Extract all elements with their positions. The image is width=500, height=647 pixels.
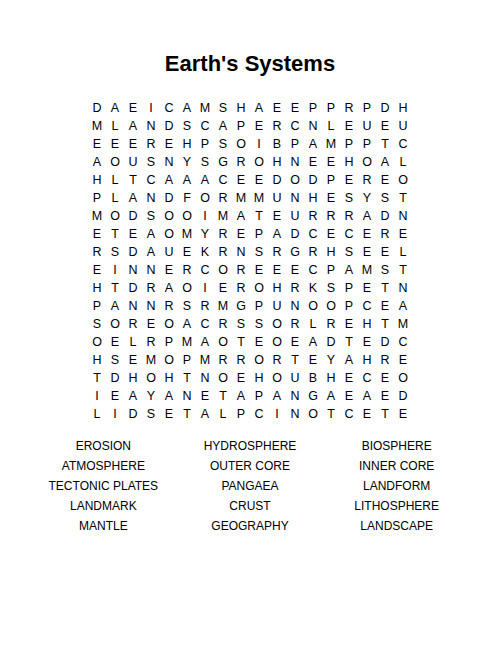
grid-cell[interactable]: E xyxy=(340,117,358,135)
grid-cell[interactable]: E xyxy=(106,135,124,153)
grid-cell[interactable]: T xyxy=(376,315,394,333)
grid-cell[interactable]: O xyxy=(160,207,178,225)
grid-cell[interactable]: D xyxy=(394,387,412,405)
grid-cell[interactable]: E xyxy=(358,243,376,261)
grid-cell[interactable]: E xyxy=(286,333,304,351)
grid-cell[interactable]: A xyxy=(376,153,394,171)
grid-cell[interactable]: L xyxy=(394,153,412,171)
grid-cell[interactable]: N xyxy=(142,189,160,207)
grid-cell[interactable]: R xyxy=(214,225,232,243)
grid-cell[interactable]: E xyxy=(250,261,268,279)
grid-cell[interactable]: E xyxy=(88,225,106,243)
grid-cell[interactable]: I xyxy=(268,405,286,423)
grid-cell[interactable]: E xyxy=(304,153,322,171)
grid-cell[interactable]: E xyxy=(232,369,250,387)
grid-cell[interactable]: P xyxy=(340,279,358,297)
grid-cell[interactable]: O xyxy=(88,333,106,351)
grid-cell[interactable]: S xyxy=(376,189,394,207)
grid-cell[interactable]: R xyxy=(286,279,304,297)
grid-cell[interactable]: H xyxy=(88,171,106,189)
grid-cell[interactable]: R xyxy=(340,99,358,117)
grid-cell[interactable]: D xyxy=(124,243,142,261)
grid-cell[interactable]: R xyxy=(268,351,286,369)
grid-cell[interactable]: G xyxy=(214,153,232,171)
grid-cell[interactable]: R xyxy=(304,243,322,261)
grid-cell[interactable]: H xyxy=(232,99,250,117)
grid-cell[interactable]: S xyxy=(106,243,124,261)
grid-cell[interactable]: E xyxy=(250,171,268,189)
grid-cell[interactable]: N xyxy=(142,261,160,279)
grid-cell[interactable]: T xyxy=(178,369,196,387)
grid-cell[interactable]: L xyxy=(322,117,340,135)
grid-cell[interactable]: N xyxy=(196,369,214,387)
grid-cell[interactable]: R xyxy=(142,135,160,153)
grid-cell[interactable]: O xyxy=(268,315,286,333)
grid-cell[interactable]: N xyxy=(142,297,160,315)
grid-cell[interactable]: A xyxy=(124,387,142,405)
grid-cell[interactable]: P xyxy=(196,135,214,153)
grid-cell[interactable]: T xyxy=(232,333,250,351)
grid-cell[interactable]: A xyxy=(340,261,358,279)
grid-cell[interactable]: D xyxy=(376,99,394,117)
grid-cell[interactable]: R xyxy=(160,297,178,315)
grid-cell[interactable]: E xyxy=(358,279,376,297)
grid-cell[interactable]: E xyxy=(160,261,178,279)
grid-cell[interactable]: C xyxy=(358,369,376,387)
grid-cell[interactable]: M xyxy=(214,297,232,315)
grid-cell[interactable]: M xyxy=(358,261,376,279)
grid-cell[interactable]: S xyxy=(376,261,394,279)
grid-cell[interactable]: E xyxy=(178,243,196,261)
grid-cell[interactable]: P xyxy=(250,387,268,405)
grid-cell[interactable]: E xyxy=(124,135,142,153)
grid-cell[interactable]: R xyxy=(142,279,160,297)
grid-cell[interactable]: O xyxy=(178,279,196,297)
grid-cell[interactable]: A xyxy=(250,99,268,117)
grid-cell[interactable]: I xyxy=(196,207,214,225)
grid-cell[interactable]: N xyxy=(124,297,142,315)
grid-cell[interactable]: E xyxy=(340,171,358,189)
grid-cell[interactable]: A xyxy=(322,387,340,405)
grid-cell[interactable]: S xyxy=(178,117,196,135)
grid-cell[interactable]: C xyxy=(142,171,160,189)
grid-cell[interactable]: O xyxy=(214,369,232,387)
grid-cell[interactable]: G xyxy=(232,297,250,315)
grid-cell[interactable]: R xyxy=(358,171,376,189)
grid-cell[interactable]: H xyxy=(268,153,286,171)
grid-cell[interactable]: S xyxy=(142,153,160,171)
grid-cell[interactable]: D xyxy=(286,225,304,243)
grid-cell[interactable]: E xyxy=(340,315,358,333)
grid-cell[interactable]: A xyxy=(268,225,286,243)
grid-cell[interactable]: E xyxy=(250,117,268,135)
grid-cell[interactable]: T xyxy=(322,405,340,423)
grid-cell[interactable]: D xyxy=(106,369,124,387)
grid-cell[interactable]: Y xyxy=(142,387,160,405)
grid-cell[interactable]: N xyxy=(394,279,412,297)
grid-cell[interactable]: E xyxy=(376,117,394,135)
grid-cell[interactable]: O xyxy=(214,261,232,279)
grid-cell[interactable]: C xyxy=(304,261,322,279)
grid-cell[interactable]: R xyxy=(196,297,214,315)
grid-cell[interactable]: I xyxy=(106,405,124,423)
grid-cell[interactable]: R xyxy=(322,315,340,333)
grid-cell[interactable]: C xyxy=(394,135,412,153)
grid-cell[interactable]: A xyxy=(124,189,142,207)
grid-cell[interactable]: G xyxy=(286,243,304,261)
grid-cell[interactable]: E xyxy=(304,351,322,369)
grid-cell[interactable]: Y xyxy=(358,189,376,207)
grid-cell[interactable]: I xyxy=(142,99,160,117)
grid-cell[interactable]: S xyxy=(250,243,268,261)
grid-cell[interactable]: S xyxy=(142,207,160,225)
grid-cell[interactable]: M xyxy=(178,333,196,351)
grid-cell[interactable]: S xyxy=(340,189,358,207)
grid-cell[interactable]: T xyxy=(106,225,124,243)
grid-cell[interactable]: K xyxy=(196,243,214,261)
grid-cell[interactable]: D xyxy=(376,333,394,351)
grid-cell[interactable]: U xyxy=(268,189,286,207)
grid-cell[interactable]: R xyxy=(214,315,232,333)
grid-cell[interactable]: P xyxy=(340,297,358,315)
grid-cell[interactable]: A xyxy=(304,333,322,351)
grid-cell[interactable]: E xyxy=(340,387,358,405)
grid-cell[interactable]: P xyxy=(232,405,250,423)
grid-cell[interactable]: M xyxy=(88,117,106,135)
grid-cell[interactable]: A xyxy=(358,387,376,405)
grid-cell[interactable]: E xyxy=(394,351,412,369)
grid-cell[interactable]: E xyxy=(124,99,142,117)
grid-cell[interactable]: C xyxy=(250,405,268,423)
grid-cell[interactable]: N xyxy=(304,117,322,135)
grid-cell[interactable]: E xyxy=(322,225,340,243)
grid-cell[interactable]: H xyxy=(394,99,412,117)
grid-cell[interactable]: E xyxy=(268,207,286,225)
grid-cell[interactable]: A xyxy=(88,153,106,171)
grid-cell[interactable]: H xyxy=(268,279,286,297)
grid-cell[interactable]: D xyxy=(160,117,178,135)
grid-cell[interactable]: T xyxy=(124,171,142,189)
grid-cell[interactable]: A xyxy=(178,99,196,117)
grid-cell[interactable]: A xyxy=(160,387,178,405)
grid-cell[interactable]: K xyxy=(304,279,322,297)
grid-cell[interactable]: S xyxy=(214,135,232,153)
grid-cell[interactable]: M xyxy=(232,189,250,207)
grid-cell[interactable]: E xyxy=(124,225,142,243)
grid-cell[interactable]: E xyxy=(376,171,394,189)
grid-cell[interactable]: I xyxy=(250,135,268,153)
grid-cell[interactable]: C xyxy=(340,405,358,423)
grid-cell[interactable]: L xyxy=(304,315,322,333)
grid-cell[interactable]: O xyxy=(394,171,412,189)
grid-cell[interactable]: Y xyxy=(178,153,196,171)
grid-cell[interactable]: T xyxy=(376,405,394,423)
grid-cell[interactable]: R xyxy=(322,207,340,225)
grid-cell[interactable]: L xyxy=(106,117,124,135)
grid-cell[interactable]: P xyxy=(250,225,268,243)
grid-cell[interactable]: L xyxy=(106,171,124,189)
grid-cell[interactable]: R xyxy=(232,279,250,297)
grid-cell[interactable]: N xyxy=(286,297,304,315)
grid-cell[interactable]: R xyxy=(232,261,250,279)
grid-cell[interactable]: C xyxy=(394,333,412,351)
grid-cell[interactable]: A xyxy=(304,135,322,153)
grid-cell[interactable]: H xyxy=(340,153,358,171)
grid-cell[interactable]: U xyxy=(124,153,142,171)
grid-cell[interactable]: D xyxy=(124,405,142,423)
grid-cell[interactable]: N xyxy=(286,189,304,207)
grid-cell[interactable]: R xyxy=(232,153,250,171)
grid-cell[interactable]: R xyxy=(304,207,322,225)
grid-cell[interactable]: A xyxy=(124,117,142,135)
grid-cell[interactable]: E xyxy=(88,261,106,279)
grid-cell[interactable]: N xyxy=(394,207,412,225)
grid-cell[interactable]: E xyxy=(286,261,304,279)
grid-cell[interactable]: E xyxy=(214,279,232,297)
grid-cell[interactable]: H xyxy=(88,351,106,369)
grid-cell[interactable]: T xyxy=(88,369,106,387)
grid-cell[interactable]: S xyxy=(250,315,268,333)
grid-cell[interactable]: E xyxy=(376,387,394,405)
grid-cell[interactable]: E xyxy=(160,405,178,423)
grid-cell[interactable]: U xyxy=(358,117,376,135)
grid-cell[interactable]: A xyxy=(178,315,196,333)
grid-cell[interactable]: M xyxy=(88,207,106,225)
grid-cell[interactable]: N xyxy=(124,261,142,279)
grid-cell[interactable]: P xyxy=(286,135,304,153)
grid-cell[interactable]: O xyxy=(268,369,286,387)
grid-cell[interactable]: E xyxy=(376,243,394,261)
grid-cell[interactable]: L xyxy=(106,189,124,207)
grid-cell[interactable]: H xyxy=(322,243,340,261)
grid-cell[interactable]: U xyxy=(268,297,286,315)
grid-cell[interactable]: R xyxy=(268,117,286,135)
grid-cell[interactable]: A xyxy=(394,297,412,315)
grid-cell[interactable]: N xyxy=(286,405,304,423)
grid-cell[interactable]: O xyxy=(286,171,304,189)
grid-cell[interactable]: D xyxy=(160,189,178,207)
grid-cell[interactable]: O xyxy=(304,297,322,315)
grid-cell[interactable]: I xyxy=(88,387,106,405)
grid-cell[interactable]: P xyxy=(88,189,106,207)
grid-cell[interactable]: R xyxy=(340,207,358,225)
grid-cell[interactable]: O xyxy=(106,153,124,171)
grid-cell[interactable]: P xyxy=(322,261,340,279)
grid-cell[interactable]: H xyxy=(124,369,142,387)
grid-cell[interactable]: A xyxy=(214,117,232,135)
grid-cell[interactable]: L xyxy=(394,243,412,261)
grid-cell[interactable]: A xyxy=(196,405,214,423)
grid-cell[interactable]: R xyxy=(178,261,196,279)
grid-cell[interactable]: I xyxy=(106,261,124,279)
grid-cell[interactable]: S xyxy=(142,405,160,423)
grid-cell[interactable]: D xyxy=(124,279,142,297)
grid-cell[interactable]: P xyxy=(322,99,340,117)
grid-cell[interactable]: O xyxy=(160,351,178,369)
grid-cell[interactable]: A xyxy=(142,243,160,261)
grid-cell[interactable]: T xyxy=(340,333,358,351)
grid-cell[interactable]: D xyxy=(88,99,106,117)
grid-cell[interactable]: E xyxy=(286,99,304,117)
grid-cell[interactable]: N xyxy=(232,243,250,261)
grid-cell[interactable]: P xyxy=(178,351,196,369)
grid-cell[interactable]: S xyxy=(340,243,358,261)
grid-cell[interactable]: R xyxy=(286,315,304,333)
grid-cell[interactable]: C xyxy=(196,117,214,135)
grid-cell[interactable]: H xyxy=(160,369,178,387)
grid-cell[interactable]: H xyxy=(88,279,106,297)
grid-cell[interactable]: O xyxy=(268,333,286,351)
grid-cell[interactable]: O xyxy=(160,315,178,333)
grid-cell[interactable]: H xyxy=(250,369,268,387)
grid-cell[interactable]: M xyxy=(322,135,340,153)
grid-cell[interactable]: L xyxy=(214,405,232,423)
grid-cell[interactable]: M xyxy=(196,351,214,369)
grid-cell[interactable]: M xyxy=(214,207,232,225)
grid-cell[interactable]: Y xyxy=(196,225,214,243)
grid-cell[interactable]: R xyxy=(124,315,142,333)
grid-cell[interactable]: B xyxy=(304,369,322,387)
grid-cell[interactable]: U xyxy=(394,117,412,135)
grid-cell[interactable]: A xyxy=(358,207,376,225)
grid-cell[interactable]: O xyxy=(250,153,268,171)
grid-cell[interactable]: O xyxy=(322,297,340,315)
grid-cell[interactable]: T xyxy=(376,279,394,297)
grid-cell[interactable]: E xyxy=(106,387,124,405)
grid-cell[interactable]: A xyxy=(106,99,124,117)
grid-cell[interactable]: A xyxy=(106,297,124,315)
grid-cell[interactable]: H xyxy=(178,135,196,153)
grid-cell[interactable]: S xyxy=(322,279,340,297)
grid-cell[interactable]: S xyxy=(232,315,250,333)
grid-cell[interactable]: O xyxy=(232,135,250,153)
grid-cell[interactable]: A xyxy=(160,171,178,189)
grid-cell[interactable]: N xyxy=(160,153,178,171)
grid-cell[interactable]: U xyxy=(286,369,304,387)
grid-cell[interactable]: E xyxy=(358,333,376,351)
grid-cell[interactable]: A xyxy=(340,351,358,369)
grid-cell[interactable]: T xyxy=(394,261,412,279)
grid-cell[interactable]: C xyxy=(286,117,304,135)
grid-cell[interactable]: E xyxy=(250,333,268,351)
grid-cell[interactable]: P xyxy=(304,99,322,117)
grid-cell[interactable]: T xyxy=(106,279,124,297)
grid-cell[interactable]: C xyxy=(160,99,178,117)
grid-cell[interactable]: T xyxy=(178,405,196,423)
grid-cell[interactable]: Y xyxy=(322,351,340,369)
grid-cell[interactable]: D xyxy=(322,333,340,351)
grid-cell[interactable]: O xyxy=(304,405,322,423)
grid-cell[interactable]: E xyxy=(394,405,412,423)
grid-cell[interactable]: E xyxy=(160,135,178,153)
grid-cell[interactable]: R xyxy=(214,243,232,261)
grid-cell[interactable]: C xyxy=(340,225,358,243)
grid-cell[interactable]: R xyxy=(376,351,394,369)
grid-cell[interactable]: A xyxy=(196,333,214,351)
grid-cell[interactable]: O xyxy=(358,153,376,171)
grid-cell[interactable]: L xyxy=(88,405,106,423)
grid-cell[interactable]: H xyxy=(358,351,376,369)
grid-cell[interactable]: O xyxy=(178,207,196,225)
grid-cell[interactable]: O xyxy=(394,369,412,387)
grid-cell[interactable]: T xyxy=(250,207,268,225)
grid-cell[interactable]: T xyxy=(376,135,394,153)
grid-cell[interactable]: S xyxy=(106,351,124,369)
grid-cell[interactable]: E xyxy=(88,135,106,153)
grid-cell[interactable]: I xyxy=(196,279,214,297)
grid-cell[interactable]: E xyxy=(124,351,142,369)
grid-cell[interactable]: A xyxy=(232,387,250,405)
grid-cell[interactable]: C xyxy=(304,225,322,243)
grid-cell[interactable]: F xyxy=(178,189,196,207)
grid-cell[interactable]: S xyxy=(88,315,106,333)
grid-cell[interactable]: E xyxy=(322,153,340,171)
grid-cell[interactable]: O xyxy=(106,207,124,225)
grid-cell[interactable]: A xyxy=(160,279,178,297)
grid-cell[interactable]: M xyxy=(196,99,214,117)
grid-cell[interactable]: U xyxy=(160,243,178,261)
grid-cell[interactable]: R xyxy=(268,243,286,261)
grid-cell[interactable]: P xyxy=(250,297,268,315)
grid-cell[interactable]: N xyxy=(178,387,196,405)
grid-cell[interactable]: A xyxy=(232,207,250,225)
grid-cell[interactable]: S xyxy=(178,297,196,315)
grid-cell[interactable]: E xyxy=(358,225,376,243)
grid-cell[interactable]: P xyxy=(358,99,376,117)
grid-cell[interactable]: N xyxy=(286,387,304,405)
grid-cell[interactable]: R xyxy=(214,351,232,369)
grid-cell[interactable]: H xyxy=(322,369,340,387)
grid-cell[interactable]: O xyxy=(142,369,160,387)
grid-cell[interactable]: E xyxy=(340,369,358,387)
grid-cell[interactable]: C xyxy=(358,297,376,315)
grid-cell[interactable]: C xyxy=(196,261,214,279)
grid-cell[interactable]: O xyxy=(106,315,124,333)
grid-cell[interactable]: S xyxy=(214,99,232,117)
grid-cell[interactable]: M xyxy=(394,315,412,333)
grid-cell[interactable]: E xyxy=(322,189,340,207)
grid-cell[interactable]: P xyxy=(322,171,340,189)
grid-cell[interactable]: E xyxy=(232,171,250,189)
grid-cell[interactable]: P xyxy=(232,117,250,135)
grid-cell[interactable]: T xyxy=(394,189,412,207)
grid-cell[interactable]: C xyxy=(196,315,214,333)
grid-cell[interactable]: D xyxy=(268,171,286,189)
grid-cell[interactable]: O xyxy=(250,279,268,297)
grid-cell[interactable]: C xyxy=(214,171,232,189)
grid-cell[interactable]: T xyxy=(286,351,304,369)
grid-cell[interactable]: E xyxy=(142,315,160,333)
grid-cell[interactable]: N xyxy=(142,117,160,135)
grid-cell[interactable]: E xyxy=(358,405,376,423)
grid-cell[interactable]: R xyxy=(376,225,394,243)
grid-cell[interactable]: D xyxy=(376,207,394,225)
grid-cell[interactable]: D xyxy=(304,171,322,189)
grid-cell[interactable]: R xyxy=(214,189,232,207)
grid-cell[interactable]: S xyxy=(196,153,214,171)
grid-cell[interactable]: P xyxy=(358,135,376,153)
grid-cell[interactable]: P xyxy=(340,135,358,153)
grid-cell[interactable]: P xyxy=(160,333,178,351)
grid-cell[interactable]: D xyxy=(124,207,142,225)
grid-cell[interactable]: M xyxy=(250,189,268,207)
grid-cell[interactable]: R xyxy=(142,333,160,351)
grid-cell[interactable]: A xyxy=(178,171,196,189)
grid-cell[interactable]: O xyxy=(250,351,268,369)
grid-cell[interactable]: E xyxy=(232,225,250,243)
grid-cell[interactable]: A xyxy=(142,225,160,243)
grid-cell[interactable]: R xyxy=(232,351,250,369)
